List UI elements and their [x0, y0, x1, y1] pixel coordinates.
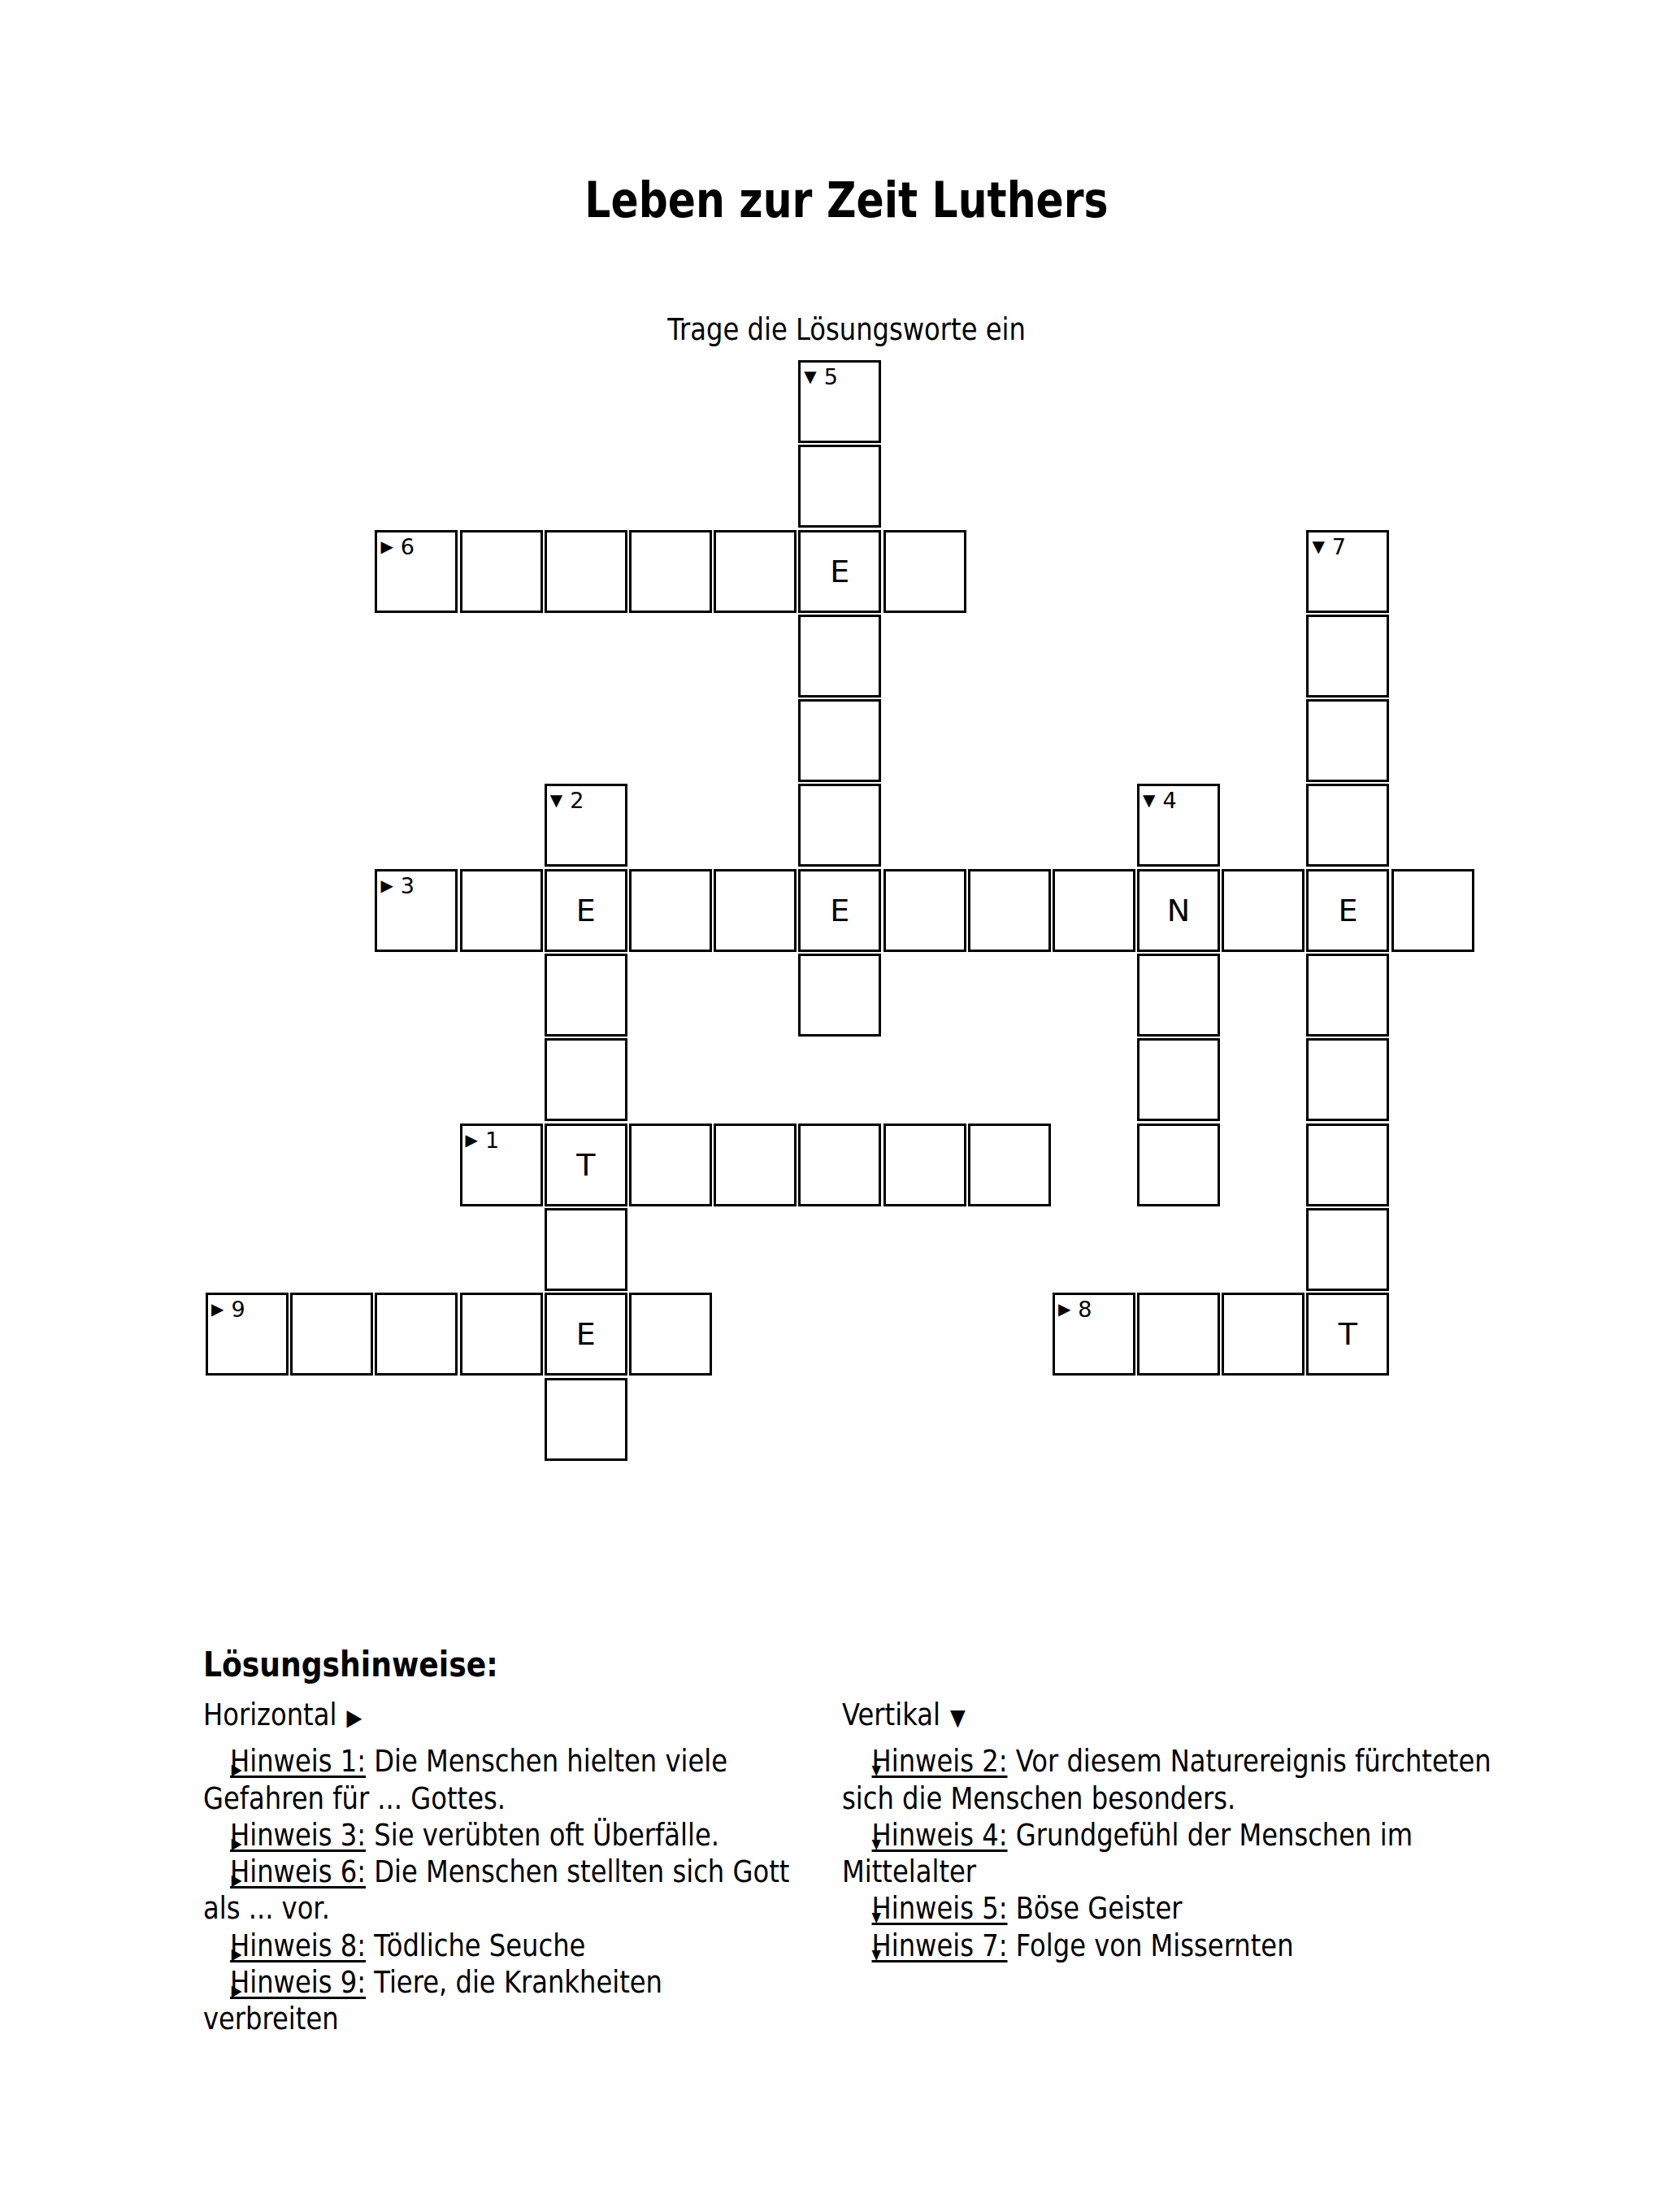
- grid-cell[interactable]: E: [1306, 869, 1389, 952]
- grid-cell[interactable]: E: [545, 869, 627, 952]
- clue-number-label: ▶3: [380, 875, 415, 897]
- grid-cell[interactable]: ▶3: [375, 869, 458, 952]
- cell-letter: [801, 447, 879, 525]
- grid-cell[interactable]: [460, 869, 543, 952]
- page-title: Leben zur Zeit Luthers: [141, 176, 1552, 224]
- grid-cell[interactable]: [714, 1124, 797, 1206]
- cell-letter: [1394, 871, 1472, 950]
- cell-letter: [632, 1126, 710, 1204]
- grid-cell[interactable]: [545, 954, 627, 1037]
- clue-text: Sie verübten oft Überfälle.: [366, 1818, 719, 1853]
- grid-cell[interactable]: [1137, 954, 1220, 1037]
- grid-cell[interactable]: ▼7: [1306, 530, 1389, 613]
- clue-label: Hinweis 3:: [230, 1818, 366, 1853]
- vertical-clues-column: Vertikal▼ ▼Hinweis 2: Vor diesem Naturer…: [842, 1697, 1591, 1964]
- right-arrow-icon: ▶: [205, 1872, 242, 1888]
- grid-cell[interactable]: [798, 954, 881, 1037]
- cell-letter: [886, 532, 964, 611]
- cell-letter: [1309, 617, 1387, 695]
- cell-letter: [632, 1295, 710, 1373]
- clue-number: 1: [485, 1129, 499, 1151]
- cell-letter: [886, 871, 964, 950]
- cell-letter: [632, 871, 710, 950]
- down-arrow-icon: ▼: [1312, 538, 1324, 554]
- clue-label: Hinweis 7:: [872, 1928, 1008, 1963]
- cell-letter: E: [547, 1295, 625, 1373]
- crossword-grid: ▼5EE▶6▼7ET▼2ETE▼4N▶3▶1▶9▶8: [206, 360, 1474, 1461]
- grid-cell[interactable]: T: [1306, 1293, 1389, 1376]
- grid-cell[interactable]: [545, 1208, 627, 1291]
- cell-letter: [1224, 871, 1302, 950]
- cell-letter: [1309, 1126, 1387, 1204]
- cell-letter: [801, 702, 879, 780]
- grid-cell[interactable]: [460, 1293, 543, 1376]
- cell-letter: [293, 1295, 371, 1373]
- clue-number: 9: [231, 1298, 245, 1320]
- clue-label: Hinweis 4:: [872, 1818, 1008, 1853]
- cell-letter: [462, 532, 540, 611]
- clue-number-label: ▼2: [550, 789, 584, 811]
- grid-cell[interactable]: ▼5: [798, 360, 881, 443]
- cell-letter: E: [547, 871, 625, 950]
- grid-cell[interactable]: [629, 1293, 712, 1376]
- grid-cell[interactable]: [460, 530, 543, 613]
- clue-item-8: ▶Hinweis 8: Tödliche Seuche: [203, 1928, 868, 1964]
- grid-cell[interactable]: [798, 1124, 881, 1206]
- horizontal-clues-header: Horizontal▶: [203, 1697, 868, 1736]
- clue-number: 2: [570, 789, 584, 811]
- cell-letter: E: [801, 871, 879, 950]
- cell-letter: [547, 532, 625, 611]
- cell-letter: E: [1309, 871, 1387, 950]
- grid-cell[interactable]: [1053, 869, 1135, 952]
- cell-letter: [1140, 1295, 1218, 1373]
- right-arrow-icon: ▶: [205, 1983, 242, 1998]
- grid-cell[interactable]: [375, 1293, 458, 1376]
- cell-letter: [716, 1126, 794, 1204]
- right-arrow-icon: ▶: [347, 1704, 362, 1731]
- horizontal-clues-column: Horizontal▶ ▶Hinweis 1: Die Menschen hie…: [203, 1697, 868, 2038]
- grid-cell[interactable]: [1306, 615, 1389, 698]
- grid-cell[interactable]: E: [798, 530, 881, 613]
- grid-cell[interactable]: N: [1137, 869, 1220, 952]
- cell-letter: [547, 1211, 625, 1289]
- clue-item-3: ▶Hinweis 3: Sie verübten oft Überfälle.: [203, 1817, 868, 1854]
- cell-letter: [1140, 1041, 1218, 1119]
- cell-letter: [801, 956, 879, 1034]
- page-subtitle: Trage die Lösungsworte ein: [115, 311, 1577, 348]
- down-arrow-icon: ▼: [950, 1704, 966, 1731]
- clue-label: Hinweis 8:: [230, 1928, 366, 1963]
- clue-item-7: ▼Hinweis 7: Folge von Missernten: [842, 1928, 1591, 1964]
- clue-item-9: ▶Hinweis 9: Tiere, die Krankheiten verbr…: [203, 1964, 868, 2038]
- vertical-header-label: Vertikal: [842, 1697, 940, 1732]
- cell-letter: E: [801, 532, 879, 611]
- grid-cell[interactable]: [798, 784, 881, 867]
- vertical-clues-header: Vertikal▼: [842, 1697, 1591, 1736]
- cell-letter: [1309, 956, 1387, 1034]
- down-arrow-icon: ▼: [842, 1948, 881, 1962]
- grid-cell[interactable]: [968, 1124, 1051, 1206]
- clue-number: 3: [401, 875, 415, 897]
- cell-letter: T: [547, 1126, 625, 1204]
- cell-letter: [1055, 871, 1133, 950]
- grid-cell[interactable]: [629, 530, 712, 613]
- cell-letter: [716, 871, 794, 950]
- right-arrow-icon: ▶: [205, 1762, 242, 1777]
- clue-label: Hinweis 2:: [872, 1744, 1008, 1779]
- cell-letter: [632, 532, 710, 611]
- horizontal-header-label: Horizontal: [203, 1697, 336, 1732]
- cell-letter: [1309, 786, 1387, 864]
- down-arrow-icon: ▼: [842, 1837, 881, 1851]
- grid-cell[interactable]: [798, 445, 881, 528]
- clue-number-label: ▶1: [466, 1129, 500, 1151]
- right-arrow-icon: ▶: [205, 1946, 242, 1962]
- down-arrow-icon: ▼: [804, 368, 816, 385]
- grid-cell[interactable]: [1222, 869, 1304, 952]
- grid-cell[interactable]: [1306, 1208, 1389, 1291]
- cell-letter: [377, 1295, 455, 1373]
- clue-label: Hinweis 1:: [230, 1744, 366, 1779]
- cell-letter: [462, 1295, 540, 1373]
- grid-cell[interactable]: [883, 1124, 966, 1206]
- grid-cell[interactable]: [968, 869, 1051, 952]
- grid-cell[interactable]: ▶6: [375, 530, 458, 613]
- grid-cell[interactable]: E: [545, 1293, 627, 1376]
- clue-item-5: ▼Hinweis 5: Böse Geister: [842, 1890, 1591, 1927]
- clue-number-label: ▼5: [804, 366, 838, 388]
- grid-cell[interactable]: [1306, 954, 1389, 1037]
- down-arrow-icon: ▼: [550, 792, 562, 808]
- clue-item-6: ▶Hinweis 6: Die Menschen stellten sich G…: [203, 1854, 868, 1928]
- cell-letter: [547, 956, 625, 1034]
- clue-number-label: ▼4: [1143, 789, 1177, 811]
- clue-number-label: ▼7: [1312, 536, 1346, 558]
- grid-cell[interactable]: [1306, 1038, 1389, 1121]
- grid-cell[interactable]: [1391, 869, 1474, 952]
- grid-cell[interactable]: [545, 530, 627, 613]
- grid-cell[interactable]: [883, 530, 966, 613]
- clue-label: Hinweis 5:: [872, 1891, 1008, 1926]
- clue-number: 5: [824, 366, 838, 388]
- grid-cell[interactable]: [629, 869, 712, 952]
- clue-number: 4: [1162, 789, 1176, 811]
- grid-cell[interactable]: ▼2: [545, 784, 627, 867]
- cell-letter: [1309, 1041, 1387, 1119]
- clue-number: 6: [401, 536, 415, 558]
- grid-cell[interactable]: [1137, 1038, 1220, 1121]
- cell-letter: [1309, 702, 1387, 780]
- clue-number-label: ▶9: [211, 1298, 245, 1320]
- cell-letter: [970, 871, 1048, 950]
- clue-text: Böse Geister: [1007, 1891, 1182, 1926]
- down-arrow-icon: ▼: [1143, 792, 1155, 808]
- cell-letter: N: [1140, 871, 1218, 950]
- clue-text: Folge von Missernten: [1007, 1928, 1293, 1963]
- grid-cell[interactable]: E: [798, 869, 881, 952]
- grid-cell[interactable]: [1306, 784, 1389, 867]
- cell-letter: [801, 617, 879, 695]
- cell-letter: [547, 1380, 625, 1458]
- clue-number-label: ▶8: [1058, 1298, 1092, 1320]
- grid-cell[interactable]: [1306, 699, 1389, 782]
- grid-cell[interactable]: [798, 699, 881, 782]
- cell-letter: [716, 532, 794, 611]
- cell-letter: [801, 1126, 879, 1204]
- grid-cell[interactable]: [714, 530, 797, 613]
- cell-letter: T: [1309, 1295, 1387, 1373]
- down-arrow-icon: ▼: [842, 1763, 881, 1777]
- cell-letter: [1224, 1295, 1302, 1373]
- grid-cell[interactable]: [798, 615, 881, 698]
- grid-cell[interactable]: [1222, 1293, 1304, 1376]
- right-arrow-icon: ▶: [1058, 1301, 1070, 1317]
- right-arrow-icon: ▶: [205, 1836, 242, 1851]
- cell-letter: [1140, 1126, 1218, 1204]
- down-arrow-icon: ▼: [842, 1910, 881, 1924]
- clue-item-4: ▼Hinweis 4: Grundgefühl der Menschen im …: [842, 1817, 1591, 1891]
- right-arrow-icon: ▶: [380, 538, 393, 554]
- grid-cell[interactable]: ▶9: [206, 1293, 289, 1376]
- solutions-heading: Lösungshinweise:: [203, 1645, 498, 1685]
- grid-cell[interactable]: T: [545, 1124, 627, 1206]
- clue-text: Tödliche Seuche: [366, 1928, 585, 1963]
- cell-letter: [801, 786, 879, 864]
- grid-cell[interactable]: ▶8: [1053, 1293, 1135, 1376]
- grid-cell[interactable]: [629, 1124, 712, 1206]
- cell-letter: [462, 871, 540, 950]
- right-arrow-icon: ▶: [380, 877, 393, 893]
- right-arrow-icon: ▶: [211, 1301, 224, 1317]
- grid-cell[interactable]: [1306, 1124, 1389, 1206]
- clue-label: Hinweis 6:: [230, 1854, 366, 1889]
- clue-number: 7: [1332, 536, 1346, 558]
- cell-letter: [1309, 1211, 1387, 1289]
- clue-number-label: ▶6: [380, 536, 415, 558]
- grid-cell[interactable]: ▼4: [1137, 784, 1220, 867]
- grid-cell[interactable]: [290, 1293, 373, 1376]
- grid-cell[interactable]: [545, 1378, 627, 1461]
- cell-letter: [1140, 956, 1218, 1034]
- grid-cell[interactable]: [545, 1038, 627, 1121]
- cell-letter: [886, 1126, 964, 1204]
- clue-number: 8: [1078, 1298, 1092, 1320]
- grid-cell[interactable]: [1137, 1124, 1220, 1206]
- clue-item-2: ▼Hinweis 2: Vor diesem Naturereignis für…: [842, 1743, 1591, 1817]
- grid-cell[interactable]: ▶1: [460, 1124, 543, 1206]
- grid-cell[interactable]: [1137, 1293, 1220, 1376]
- cell-letter: [970, 1126, 1048, 1204]
- right-arrow-icon: ▶: [466, 1132, 478, 1148]
- cell-letter: [547, 1041, 625, 1119]
- clue-item-1: ▶Hinweis 1: Die Menschen hielten viele G…: [203, 1743, 868, 1817]
- grid-cell[interactable]: [714, 869, 797, 952]
- clue-label: Hinweis 9:: [230, 1965, 366, 2000]
- grid-cell[interactable]: [883, 869, 966, 952]
